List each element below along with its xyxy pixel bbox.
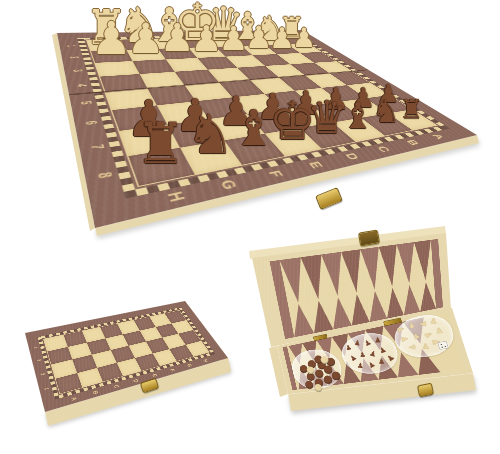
- piece-white-rook: ♜: [277, 14, 306, 43]
- piece-black-pawn: ♟: [255, 89, 291, 125]
- piece-white-bishop: ♝: [229, 8, 267, 46]
- piece-black-bishop: ♝: [229, 104, 279, 154]
- piece-white-queen: ♛: [200, 1, 246, 47]
- piece-black-pawn: ♟: [350, 84, 377, 111]
- piece-white-knight: ♞: [115, 1, 164, 50]
- piece-white-pawn: ♟: [268, 24, 297, 53]
- piece-white-pawn: ♟: [158, 19, 196, 57]
- piece-white-bishop: ♝: [146, 2, 193, 49]
- piece-black-knight: ♞: [370, 96, 401, 127]
- piece-black-bishop: ♝: [340, 98, 376, 134]
- piece-white-rook: ♜: [82, 3, 130, 51]
- piece-white-pawn: ♟: [243, 23, 274, 54]
- piece-black-queen: ♛: [304, 95, 349, 140]
- piece-black-pawn: ♟: [124, 94, 175, 145]
- piece-black-pawn: ♟: [216, 91, 256, 131]
- piece-white-king: ♚: [172, 0, 223, 49]
- product-photo-stage: 12345678HGFEDCBA♜♞♝♛♚♝♞♜♟♟♟♟♟♟♟♟♟♟♟♟♟♟♟♟…: [0, 0, 500, 454]
- piece-black-king: ♚: [266, 95, 319, 148]
- piece-black-pawn: ♟: [376, 82, 401, 107]
- piece-black-rook: ♜: [132, 115, 189, 172]
- piece-black-rook: ♜: [399, 96, 425, 122]
- piece-white-knight: ♞: [253, 11, 287, 45]
- piece-black-pawn: ♟: [321, 85, 351, 115]
- piece-white-pawn: ♟: [217, 22, 250, 55]
- piece-black-pawn: ♟: [290, 87, 323, 120]
- piece-white-pawn: ♟: [189, 21, 225, 57]
- piece-black-knight: ♞: [183, 108, 237, 162]
- piece-white-pawn: ♟: [291, 25, 318, 52]
- piece-black-pawn: ♟: [173, 93, 218, 138]
- piece-white-pawn: ♟: [89, 16, 134, 61]
- piece-white-pawn: ♟: [125, 18, 167, 60]
